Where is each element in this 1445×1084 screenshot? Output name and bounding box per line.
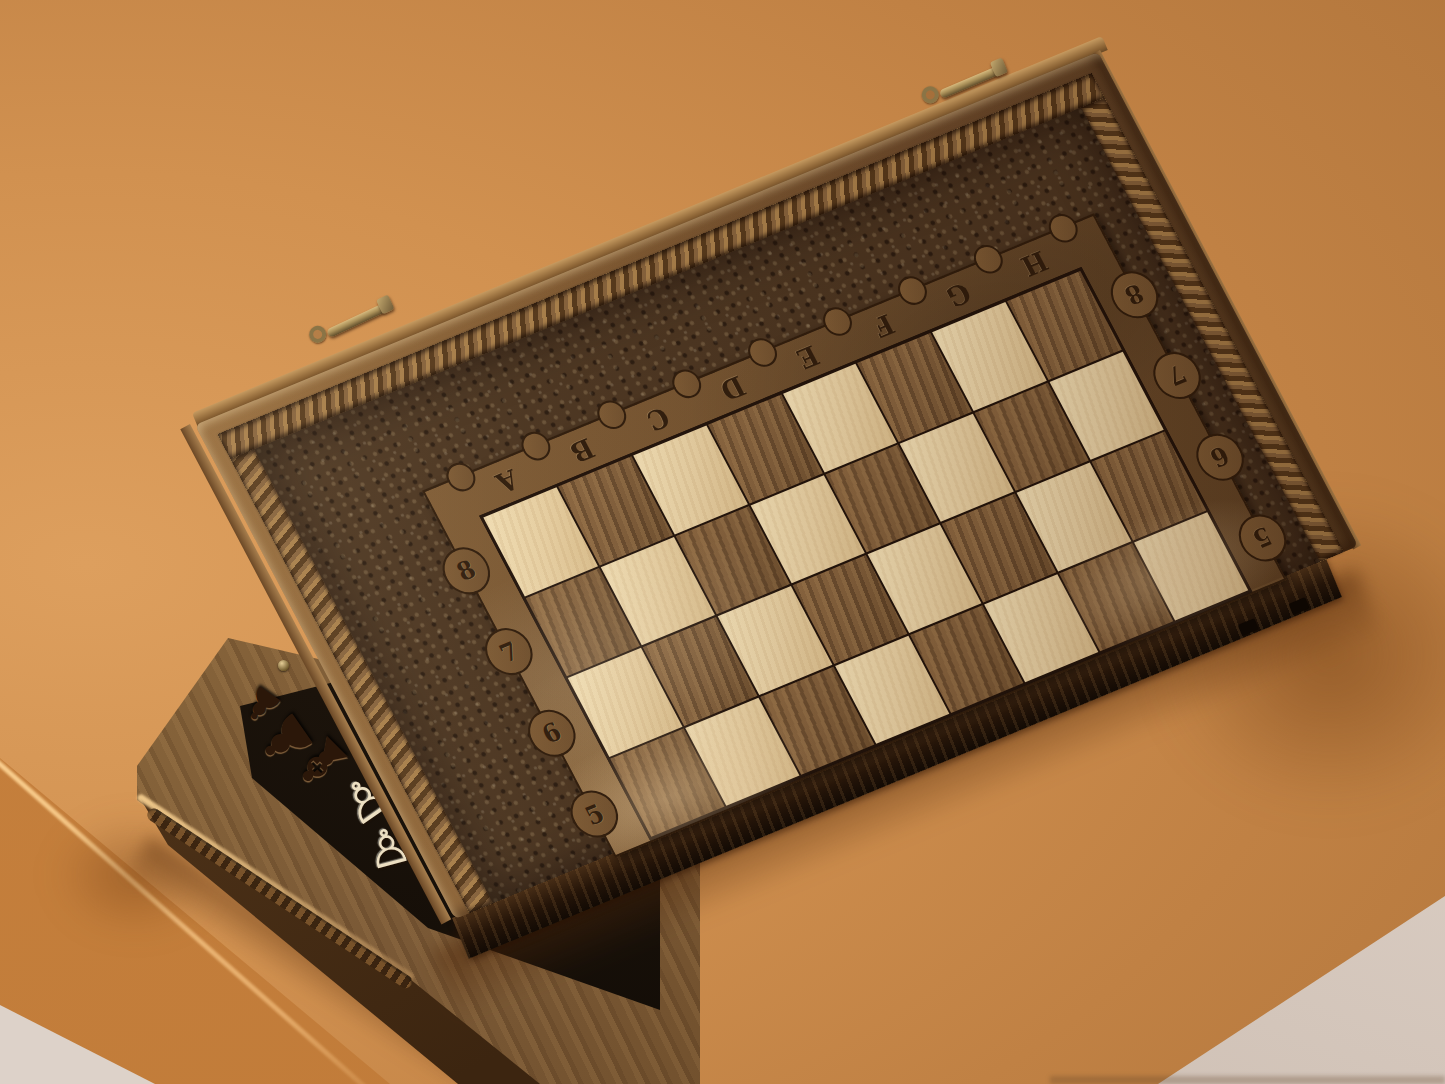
file-label-a: A (485, 461, 529, 501)
file-label-g: G (937, 274, 981, 314)
file-label-d: D (711, 368, 755, 408)
file-label-c: C (635, 399, 679, 439)
brass-catch-knob (278, 660, 289, 671)
file-label-h: H (1012, 243, 1056, 283)
file-label-b: B (560, 430, 604, 470)
file-label-e: E (786, 337, 830, 377)
floor-shadow-strip (1050, 1076, 1445, 1084)
latch-bar (939, 66, 1000, 99)
latch-bar (326, 304, 386, 338)
file-label-f: F (861, 305, 905, 345)
scene-chess-box-photo: ♟♝♟♙♙ ABCDEFGH87658765 (0, 0, 1445, 1084)
